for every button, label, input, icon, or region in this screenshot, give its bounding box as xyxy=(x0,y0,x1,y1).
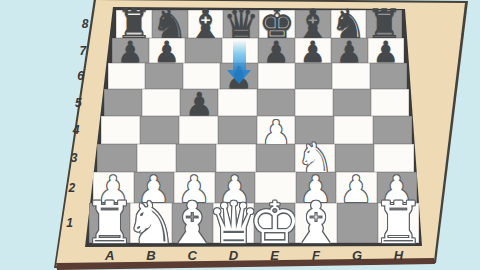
file-label-e: E xyxy=(254,249,295,262)
rank-label-1: 1 xyxy=(63,217,77,229)
square-a4 xyxy=(101,116,140,144)
rank-label-5: 5 xyxy=(71,97,85,109)
square-a8: ♜ xyxy=(116,10,152,38)
square-g7: ♟ xyxy=(331,38,368,63)
square-f8: ♝ xyxy=(295,10,331,38)
rank-label-8: 8 xyxy=(78,18,92,30)
square-b8: ♞ xyxy=(152,10,188,38)
square-b4 xyxy=(140,116,179,144)
square-e8: ♚ xyxy=(259,10,295,38)
piece-white-rook-h1: ♜ xyxy=(372,194,424,252)
square-b6 xyxy=(145,63,182,89)
board-row-rank-1: ♜♞♝♛♚♝♜ xyxy=(89,203,419,243)
move-arrow-icon xyxy=(227,40,252,86)
square-d8: ♛ xyxy=(223,10,259,38)
square-e6 xyxy=(258,63,295,89)
square-f1: ♝ xyxy=(295,203,336,243)
square-b5 xyxy=(142,89,180,116)
square-c5: ♟ xyxy=(180,89,218,116)
chess-illustration: ♜♞♝♛♚♝♞♜♟♟♟♟♟♟♟♟♟♞♟♟♟♟♟♟♟♜♞♝♛♚♝♜ ABCDEFG… xyxy=(0,0,480,270)
square-c7 xyxy=(185,38,222,63)
square-e5 xyxy=(257,89,295,116)
square-c4 xyxy=(179,116,218,144)
square-h6 xyxy=(370,63,407,89)
square-e4: ♟ xyxy=(257,116,296,144)
rank-label-2: 2 xyxy=(65,182,79,194)
square-g8: ♞ xyxy=(331,10,367,38)
square-b7: ♟ xyxy=(149,38,186,63)
rank-label-6: 6 xyxy=(74,70,88,82)
square-g6 xyxy=(332,63,369,89)
square-h8: ♜ xyxy=(366,10,402,38)
file-label-h: H xyxy=(378,249,419,262)
square-f7: ♟ xyxy=(295,38,332,63)
square-g2: ♟ xyxy=(336,172,377,203)
square-h7: ♟ xyxy=(368,38,405,63)
square-a7: ♟ xyxy=(112,38,149,63)
square-c8: ♝ xyxy=(188,10,224,38)
square-e7: ♟ xyxy=(258,38,295,63)
square-d4 xyxy=(218,116,257,144)
square-f5 xyxy=(295,89,333,116)
board-row-rank-7: ♟♟♟♟♟♟ xyxy=(112,38,404,63)
file-label-a: A xyxy=(89,249,130,262)
file-label-f: F xyxy=(295,249,336,262)
rank-label-3: 3 xyxy=(67,152,81,164)
square-h1: ♜ xyxy=(378,203,419,243)
square-d5 xyxy=(218,89,256,116)
board-row-rank-6: ♟ xyxy=(108,63,407,89)
rank-label-4: 4 xyxy=(69,124,83,136)
square-e3 xyxy=(256,144,296,172)
file-label-c: C xyxy=(172,249,213,262)
file-label-d: D xyxy=(213,249,254,262)
square-f6 xyxy=(295,63,332,89)
square-a5 xyxy=(104,89,142,116)
square-g5 xyxy=(333,89,371,116)
rank-label-7: 7 xyxy=(76,45,90,57)
square-g4 xyxy=(334,116,373,144)
square-h4 xyxy=(373,116,412,144)
square-a6 xyxy=(108,63,145,89)
board-row-rank-8: ♜♞♝♛♚♝♞♜ xyxy=(116,10,402,38)
move-arrow-body xyxy=(233,40,246,72)
board-row-rank-4: ♟ xyxy=(101,116,412,144)
board-row-rank-5: ♟ xyxy=(104,89,409,116)
square-h5 xyxy=(371,89,409,116)
piece-white-bishop-f1: ♝ xyxy=(290,194,342,252)
move-arrow-head xyxy=(227,70,251,84)
file-label-g: G xyxy=(337,249,378,262)
file-label-b: B xyxy=(130,249,171,262)
